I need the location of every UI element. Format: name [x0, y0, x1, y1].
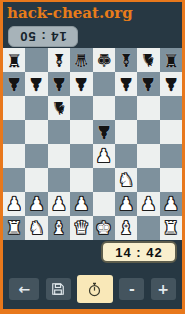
square-h4[interactable]: [160, 144, 182, 168]
piece-black-pawn: ♟: [163, 75, 179, 93]
piece-black-knight: ♞: [51, 99, 67, 117]
piece-white-bishop: ♝: [118, 219, 134, 237]
back-arrow-icon: ←: [18, 282, 30, 296]
black-clock-row: 14 : 50: [3, 24, 182, 48]
square-c1[interactable]: ♝: [48, 216, 70, 240]
square-g5[interactable]: [137, 120, 159, 144]
square-e1[interactable]: ♚: [93, 216, 115, 240]
floppy-disk-icon: [51, 282, 65, 296]
piece-black-knight: ♞: [140, 51, 156, 69]
square-g3[interactable]: [137, 168, 159, 192]
white-clock: 14 : 42: [101, 241, 177, 263]
square-g1[interactable]: [137, 216, 159, 240]
piece-white-pawn: ♟: [140, 195, 156, 213]
piece-white-king: ♚: [96, 219, 112, 237]
site-title: hack-cheat.org: [7, 4, 133, 22]
stopwatch-icon: [87, 282, 102, 297]
minus-icon: -: [129, 282, 135, 296]
piece-black-queen: ♛: [73, 51, 89, 69]
square-d8[interactable]: ♛: [70, 48, 92, 72]
piece-black-pawn: ♟: [28, 75, 44, 93]
square-d4[interactable]: [70, 144, 92, 168]
spacer: [3, 264, 182, 272]
square-g6[interactable]: [137, 96, 159, 120]
bottom-toolbar: ← - +: [3, 272, 182, 309]
back-button[interactable]: ←: [9, 278, 39, 300]
white-clock-time: 14 : 42: [115, 245, 162, 260]
plus-icon: +: [157, 282, 169, 296]
square-c8[interactable]: ♝: [48, 48, 70, 72]
square-b7[interactable]: ♟: [25, 72, 47, 96]
square-a7[interactable]: ♟: [3, 72, 25, 96]
square-b1[interactable]: ♞: [25, 216, 47, 240]
square-a1[interactable]: ♜: [3, 216, 25, 240]
square-a3[interactable]: [3, 168, 25, 192]
piece-white-queen: ♛: [73, 219, 89, 237]
black-clock: 14 : 50: [8, 26, 78, 47]
piece-white-pawn: ♟: [118, 195, 134, 213]
square-d1[interactable]: ♛: [70, 216, 92, 240]
piece-white-pawn: ♟: [51, 195, 67, 213]
timer-button[interactable]: [77, 275, 113, 303]
square-d5[interactable]: [70, 120, 92, 144]
square-a2[interactable]: ♟: [3, 192, 25, 216]
square-h6[interactable]: [160, 96, 182, 120]
plus-button[interactable]: +: [151, 278, 176, 300]
piece-white-knight: ♞: [28, 219, 44, 237]
square-b3[interactable]: [25, 168, 47, 192]
square-d3[interactable]: [70, 168, 92, 192]
square-e2[interactable]: [93, 192, 115, 216]
square-c2[interactable]: ♟: [48, 192, 70, 216]
piece-white-pawn: ♟: [163, 195, 179, 213]
piece-black-bishop: ♝: [51, 51, 67, 69]
piece-black-pawn: ♟: [118, 75, 134, 93]
piece-white-knight: ♞: [118, 171, 134, 189]
square-f7[interactable]: ♟: [115, 72, 137, 96]
square-f1[interactable]: ♝: [115, 216, 137, 240]
piece-white-pawn: ♟: [73, 195, 89, 213]
square-h5[interactable]: [160, 120, 182, 144]
piece-black-rook: ♜: [163, 51, 179, 69]
piece-white-pawn: ♟: [96, 147, 112, 165]
square-b2[interactable]: ♟: [25, 192, 47, 216]
square-b5[interactable]: [25, 120, 47, 144]
square-h7[interactable]: ♟: [160, 72, 182, 96]
square-f3[interactable]: ♞: [115, 168, 137, 192]
square-h2[interactable]: ♟: [160, 192, 182, 216]
square-a4[interactable]: [3, 144, 25, 168]
square-g4[interactable]: [137, 144, 159, 168]
square-h8[interactable]: ♜: [160, 48, 182, 72]
piece-black-pawn: ♟: [140, 75, 156, 93]
square-a6[interactable]: [3, 96, 25, 120]
square-c5[interactable]: [48, 120, 70, 144]
square-b6[interactable]: [25, 96, 47, 120]
square-g2[interactable]: ♟: [137, 192, 159, 216]
square-h3[interactable]: [160, 168, 182, 192]
site-banner: hack-cheat.org: [3, 2, 182, 24]
piece-white-pawn: ♟: [28, 195, 44, 213]
square-d7[interactable]: ♟: [70, 72, 92, 96]
square-e4[interactable]: ♟: [93, 144, 115, 168]
square-h1[interactable]: ♜: [160, 216, 182, 240]
square-e3[interactable]: [93, 168, 115, 192]
square-g7[interactable]: ♟: [137, 72, 159, 96]
piece-black-pawn: ♟: [73, 75, 89, 93]
square-f5[interactable]: [115, 120, 137, 144]
app-window: hack-cheat.org 14 : 50 ♜♝♛♚♝♞♜♟♟♟♟♟♟♟♞♟♟…: [0, 0, 185, 314]
square-e8[interactable]: ♚: [93, 48, 115, 72]
minus-button[interactable]: -: [119, 278, 144, 300]
square-d2[interactable]: ♟: [70, 192, 92, 216]
piece-black-king: ♚: [96, 51, 112, 69]
piece-white-pawn: ♟: [6, 195, 22, 213]
square-b4[interactable]: [25, 144, 47, 168]
square-f6[interactable]: [115, 96, 137, 120]
square-c7[interactable]: ♟: [48, 72, 70, 96]
piece-black-bishop: ♝: [118, 51, 134, 69]
white-clock-row: 14 : 42: [3, 240, 182, 264]
square-c3[interactable]: [48, 168, 70, 192]
square-c4[interactable]: [48, 144, 70, 168]
black-clock-time: 14 : 50: [19, 29, 66, 44]
square-a8[interactable]: ♜: [3, 48, 25, 72]
square-b8[interactable]: [25, 48, 47, 72]
square-e7[interactable]: [93, 72, 115, 96]
save-button[interactable]: [46, 278, 71, 300]
piece-black-pawn: ♟: [51, 75, 67, 93]
piece-black-pawn: ♟: [6, 75, 22, 93]
piece-white-rook: ♜: [163, 219, 179, 237]
square-c6[interactable]: ♞: [48, 96, 70, 120]
square-a5[interactable]: [3, 120, 25, 144]
square-f2[interactable]: ♟: [115, 192, 137, 216]
square-g8[interactable]: ♞: [137, 48, 159, 72]
square-e6[interactable]: [93, 96, 115, 120]
piece-white-rook: ♜: [6, 219, 22, 237]
square-f4[interactable]: [115, 144, 137, 168]
piece-black-rook: ♜: [6, 51, 22, 69]
square-f8[interactable]: ♝: [115, 48, 137, 72]
chess-board: ♜♝♛♚♝♞♜♟♟♟♟♟♟♟♞♟♟♞♟♟♟♟♟♟♟♜♞♝♛♚♝♜: [3, 48, 182, 240]
piece-white-bishop: ♝: [51, 219, 67, 237]
square-e5[interactable]: ♟: [93, 120, 115, 144]
square-d6[interactable]: [70, 96, 92, 120]
piece-black-pawn: ♟: [96, 123, 112, 141]
